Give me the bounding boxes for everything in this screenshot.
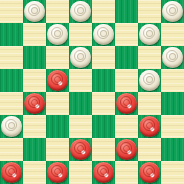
square-h2[interactable] (161, 138, 184, 161)
square-g5[interactable] (138, 69, 161, 92)
square-c1[interactable] (46, 161, 69, 184)
square-f8[interactable] (115, 0, 138, 23)
square-a5[interactable] (0, 69, 23, 92)
square-a8[interactable] (0, 0, 23, 23)
white-piece[interactable] (24, 1, 45, 22)
square-a7[interactable] (0, 23, 23, 46)
square-d6[interactable] (69, 46, 92, 69)
square-e8[interactable] (92, 0, 115, 23)
red-piece[interactable] (47, 70, 68, 91)
square-f3[interactable] (115, 115, 138, 138)
red-piece[interactable] (24, 93, 45, 114)
square-e5[interactable] (92, 69, 115, 92)
square-f4[interactable] (115, 92, 138, 115)
square-d2[interactable] (69, 138, 92, 161)
checkers-board (0, 0, 184, 184)
square-b6[interactable] (23, 46, 46, 69)
square-g8[interactable] (138, 0, 161, 23)
square-c6[interactable] (46, 46, 69, 69)
square-e7[interactable] (92, 23, 115, 46)
square-b5[interactable] (23, 69, 46, 92)
white-piece[interactable] (93, 24, 114, 45)
square-g7[interactable] (138, 23, 161, 46)
square-c8[interactable] (46, 0, 69, 23)
square-f5[interactable] (115, 69, 138, 92)
white-piece[interactable] (139, 70, 160, 91)
square-d1[interactable] (69, 161, 92, 184)
white-piece[interactable] (70, 47, 91, 68)
red-piece[interactable] (93, 162, 114, 183)
white-piece[interactable] (139, 24, 160, 45)
square-c3[interactable] (46, 115, 69, 138)
square-h6[interactable] (161, 46, 184, 69)
square-h8[interactable] (161, 0, 184, 23)
square-g4[interactable] (138, 92, 161, 115)
square-g3[interactable] (138, 115, 161, 138)
square-h4[interactable] (161, 92, 184, 115)
square-a2[interactable] (0, 138, 23, 161)
square-h1[interactable] (161, 161, 184, 184)
square-g6[interactable] (138, 46, 161, 69)
square-g1[interactable] (138, 161, 161, 184)
square-c5[interactable] (46, 69, 69, 92)
square-e3[interactable] (92, 115, 115, 138)
square-h7[interactable] (161, 23, 184, 46)
square-b1[interactable] (23, 161, 46, 184)
square-a6[interactable] (0, 46, 23, 69)
square-b4[interactable] (23, 92, 46, 115)
red-piece[interactable] (116, 93, 137, 114)
square-f6[interactable] (115, 46, 138, 69)
white-piece[interactable] (162, 1, 183, 22)
square-f7[interactable] (115, 23, 138, 46)
square-e4[interactable] (92, 92, 115, 115)
square-e1[interactable] (92, 161, 115, 184)
square-c7[interactable] (46, 23, 69, 46)
square-d3[interactable] (69, 115, 92, 138)
square-a4[interactable] (0, 92, 23, 115)
square-d5[interactable] (69, 69, 92, 92)
square-a3[interactable] (0, 115, 23, 138)
white-piece[interactable] (70, 1, 91, 22)
square-b8[interactable] (23, 0, 46, 23)
square-b3[interactable] (23, 115, 46, 138)
red-piece[interactable] (47, 162, 68, 183)
square-c2[interactable] (46, 138, 69, 161)
square-d4[interactable] (69, 92, 92, 115)
red-piece[interactable] (1, 162, 22, 183)
square-d8[interactable] (69, 0, 92, 23)
red-piece[interactable] (139, 116, 160, 137)
square-h5[interactable] (161, 69, 184, 92)
red-piece[interactable] (139, 162, 160, 183)
square-b7[interactable] (23, 23, 46, 46)
square-g2[interactable] (138, 138, 161, 161)
red-piece[interactable] (70, 139, 91, 160)
square-b2[interactable] (23, 138, 46, 161)
square-e2[interactable] (92, 138, 115, 161)
square-f2[interactable] (115, 138, 138, 161)
red-piece[interactable] (116, 139, 137, 160)
white-piece[interactable] (47, 24, 68, 45)
square-e6[interactable] (92, 46, 115, 69)
square-c4[interactable] (46, 92, 69, 115)
white-piece[interactable] (162, 47, 183, 68)
square-a1[interactable] (0, 161, 23, 184)
square-h3[interactable] (161, 115, 184, 138)
white-piece[interactable] (1, 116, 22, 137)
square-f1[interactable] (115, 161, 138, 184)
square-d7[interactable] (69, 23, 92, 46)
